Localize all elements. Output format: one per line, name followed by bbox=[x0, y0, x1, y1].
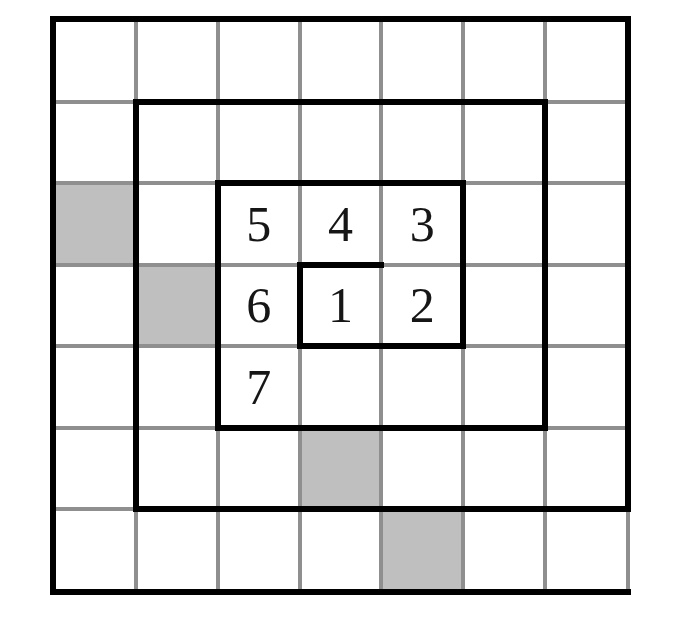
wall-h-r6 bbox=[133, 506, 631, 512]
cell-r4c0[interactable] bbox=[56, 348, 134, 426]
cell-r4c4[interactable] bbox=[383, 348, 461, 426]
cell-number: 1 bbox=[328, 280, 353, 330]
cell-r3c6[interactable] bbox=[547, 267, 625, 345]
cell-number: 4 bbox=[328, 199, 353, 249]
cell-r2c2[interactable]: 5 bbox=[220, 185, 298, 263]
cell-number: 3 bbox=[410, 199, 435, 249]
spiral-exit-opening bbox=[626, 512, 630, 589]
cell-number: 6 bbox=[246, 280, 271, 330]
cell-r6c4[interactable] bbox=[383, 511, 461, 589]
cell-r0c2[interactable] bbox=[220, 22, 298, 100]
cell-r1c1[interactable] bbox=[138, 104, 216, 182]
cell-r1c6[interactable] bbox=[547, 104, 625, 182]
cell-r6c6[interactable] bbox=[547, 511, 625, 589]
cell-r5c6[interactable] bbox=[547, 430, 625, 508]
wall-h-r0 bbox=[50, 16, 631, 22]
cell-r2c4[interactable]: 3 bbox=[383, 185, 461, 263]
cell-r2c6[interactable] bbox=[547, 185, 625, 263]
cell-r5c0[interactable] bbox=[56, 430, 134, 508]
cell-r2c5[interactable] bbox=[465, 185, 543, 263]
cell-r0c5[interactable] bbox=[465, 22, 543, 100]
cell-r0c6[interactable] bbox=[547, 22, 625, 100]
wall-v-c0 bbox=[50, 16, 56, 595]
cell-r5c1[interactable] bbox=[138, 430, 216, 508]
cell-r0c1[interactable] bbox=[138, 22, 216, 100]
cell-r3c5[interactable] bbox=[465, 267, 543, 345]
cell-number: 7 bbox=[246, 362, 271, 412]
cell-r4c5[interactable] bbox=[465, 348, 543, 426]
cell-r2c0[interactable] bbox=[56, 185, 134, 263]
cell-r1c0[interactable] bbox=[56, 104, 134, 182]
cell-r5c3[interactable] bbox=[302, 430, 380, 508]
wall-h-r5 bbox=[215, 425, 548, 431]
cell-number: 2 bbox=[410, 280, 435, 330]
cell-r4c2[interactable]: 7 bbox=[220, 348, 298, 426]
wall-v-c7 bbox=[625, 16, 631, 512]
cell-r3c2[interactable]: 6 bbox=[220, 267, 298, 345]
cell-r3c1[interactable] bbox=[138, 267, 216, 345]
cell-r1c4[interactable] bbox=[383, 104, 461, 182]
cell-r5c5[interactable] bbox=[465, 430, 543, 508]
wall-h-r7 bbox=[50, 589, 631, 595]
cell-r3c4[interactable]: 2 bbox=[383, 267, 461, 345]
wall-v-c3 bbox=[297, 262, 303, 350]
cell-r5c4[interactable] bbox=[383, 430, 461, 508]
puzzle-board: 5436127 bbox=[50, 16, 631, 595]
cell-grid: 5436127 bbox=[56, 22, 625, 589]
cell-r4c6[interactable] bbox=[547, 348, 625, 426]
cell-r1c3[interactable] bbox=[302, 104, 380, 182]
wall-v-c1 bbox=[133, 99, 139, 513]
cell-r2c1[interactable] bbox=[138, 185, 216, 263]
cell-r4c1[interactable] bbox=[138, 348, 216, 426]
wall-h-r1 bbox=[133, 99, 548, 105]
cell-r2c3[interactable]: 4 bbox=[302, 185, 380, 263]
cell-r0c4[interactable] bbox=[383, 22, 461, 100]
cell-r1c2[interactable] bbox=[220, 104, 298, 182]
wall-v-c2 bbox=[215, 180, 221, 431]
wall-h-r3 bbox=[297, 262, 385, 268]
cell-r0c0[interactable] bbox=[56, 22, 134, 100]
cell-r6c3[interactable] bbox=[302, 511, 380, 589]
wall-v-c5 bbox=[460, 180, 466, 349]
cell-r0c3[interactable] bbox=[302, 22, 380, 100]
cell-r3c3[interactable]: 1 bbox=[302, 267, 380, 345]
wall-h-r2 bbox=[215, 180, 467, 186]
cell-r6c2[interactable] bbox=[220, 511, 298, 589]
cell-r6c5[interactable] bbox=[465, 511, 543, 589]
cell-r6c0[interactable] bbox=[56, 511, 134, 589]
cell-r5c2[interactable] bbox=[220, 430, 298, 508]
cell-r4c3[interactable] bbox=[302, 348, 380, 426]
cell-r6c1[interactable] bbox=[138, 511, 216, 589]
cell-r3c0[interactable] bbox=[56, 267, 134, 345]
cell-r1c5[interactable] bbox=[465, 104, 543, 182]
wall-v-c6 bbox=[542, 99, 548, 431]
wall-h-r4 bbox=[297, 343, 467, 349]
cell-number: 5 bbox=[246, 199, 271, 249]
